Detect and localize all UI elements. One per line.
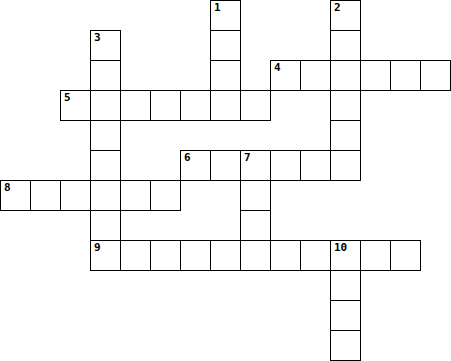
- grid-cell-r2-c13[interactable]: [390, 60, 421, 91]
- grid-cell-r8-c5[interactable]: [150, 240, 181, 271]
- grid-cell-r3-c4[interactable]: [120, 90, 151, 121]
- grid-cell-r2-c14[interactable]: [420, 60, 451, 91]
- grid-cell-r3-c7[interactable]: [210, 90, 241, 121]
- grid-cell-r9-c11[interactable]: [330, 270, 361, 301]
- clue-number: 10: [334, 242, 347, 254]
- grid-cell-r6-c3[interactable]: [90, 180, 121, 211]
- grid-cell-r5-c7[interactable]: [210, 150, 241, 181]
- grid-cell-r5-c9[interactable]: [270, 150, 301, 181]
- grid-cell-r3-c5[interactable]: [150, 90, 181, 121]
- clue-number: 6: [184, 152, 191, 164]
- crossword-grid: 12345678910: [0, 0, 451, 361]
- grid-cell-r5-c3[interactable]: [90, 150, 121, 181]
- clue-number: 5: [64, 92, 71, 104]
- clue-number: 7: [244, 152, 251, 164]
- clue-number: 9: [94, 242, 101, 254]
- grid-cell-r3-c3[interactable]: [90, 90, 121, 121]
- grid-cell-r6-c5[interactable]: [150, 180, 181, 211]
- grid-cell-r0-c7[interactable]: 1: [210, 0, 241, 31]
- grid-cell-r8-c3[interactable]: 9: [90, 240, 121, 271]
- clue-number: 8: [4, 182, 11, 194]
- grid-cell-r8-c13[interactable]: [390, 240, 421, 271]
- grid-cell-r1-c11[interactable]: [330, 30, 361, 61]
- grid-cell-r4-c11[interactable]: [330, 120, 361, 151]
- grid-cell-r3-c2[interactable]: 5: [60, 90, 91, 121]
- grid-cell-r8-c10[interactable]: [300, 240, 331, 271]
- grid-cell-r6-c4[interactable]: [120, 180, 151, 211]
- grid-cell-r3-c6[interactable]: [180, 90, 211, 121]
- grid-cell-r2-c7[interactable]: [210, 60, 241, 91]
- grid-cell-r1-c3[interactable]: 3: [90, 30, 121, 61]
- grid-cell-r6-c2[interactable]: [60, 180, 91, 211]
- grid-cell-r8-c12[interactable]: [360, 240, 391, 271]
- grid-cell-r8-c9[interactable]: [270, 240, 301, 271]
- clue-number: 2: [334, 2, 341, 14]
- grid-cell-r8-c11[interactable]: 10: [330, 240, 361, 271]
- grid-cell-r6-c8[interactable]: [240, 180, 271, 211]
- grid-cell-r1-c7[interactable]: [210, 30, 241, 61]
- grid-cell-r7-c8[interactable]: [240, 210, 271, 241]
- clue-number: 3: [94, 32, 101, 44]
- clue-number: 1: [214, 2, 221, 14]
- grid-cell-r2-c12[interactable]: [360, 60, 391, 91]
- grid-cell-r8-c7[interactable]: [210, 240, 241, 271]
- clue-number: 4: [274, 62, 281, 74]
- grid-cell-r5-c8[interactable]: 7: [240, 150, 271, 181]
- grid-cell-r6-c0[interactable]: 8: [0, 180, 31, 211]
- grid-cell-r3-c11[interactable]: [330, 90, 361, 121]
- grid-cell-r5-c11[interactable]: [330, 150, 361, 181]
- grid-cell-r5-c10[interactable]: [300, 150, 331, 181]
- grid-cell-r3-c8[interactable]: [240, 90, 271, 121]
- grid-cell-r0-c11[interactable]: 2: [330, 0, 361, 31]
- grid-cell-r8-c4[interactable]: [120, 240, 151, 271]
- grid-cell-r2-c10[interactable]: [300, 60, 331, 91]
- grid-cell-r2-c9[interactable]: 4: [270, 60, 301, 91]
- grid-cell-r8-c8[interactable]: [240, 240, 271, 271]
- grid-cell-r10-c11[interactable]: [330, 300, 361, 331]
- grid-cell-r5-c6[interactable]: 6: [180, 150, 211, 181]
- grid-cell-r2-c3[interactable]: [90, 60, 121, 91]
- grid-cell-r2-c11[interactable]: [330, 60, 361, 91]
- grid-cell-r8-c6[interactable]: [180, 240, 211, 271]
- grid-cell-r11-c11[interactable]: [330, 330, 361, 361]
- grid-cell-r4-c3[interactable]: [90, 120, 121, 151]
- grid-cell-r7-c3[interactable]: [90, 210, 121, 241]
- grid-cell-r6-c1[interactable]: [30, 180, 61, 211]
